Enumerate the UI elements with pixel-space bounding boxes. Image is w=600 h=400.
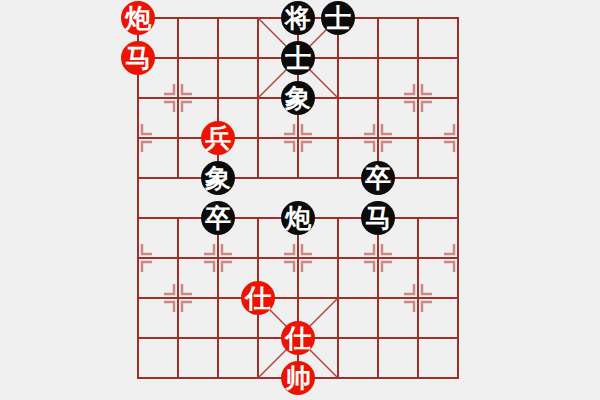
piece-black-advisor[interactable]: 士 bbox=[321, 1, 355, 35]
piece-red-soldier[interactable]: 兵 bbox=[201, 121, 235, 155]
xiangqi-app: 炮马兵仕仕帅将士士象象卒卒炮马 bbox=[0, 0, 600, 400]
piece-black-elephant[interactable]: 象 bbox=[281, 81, 315, 115]
piece-red-advisor[interactable]: 仕 bbox=[281, 321, 315, 355]
piece-black-advisor[interactable]: 士 bbox=[281, 41, 315, 75]
piece-black-horse[interactable]: 马 bbox=[361, 201, 395, 235]
piece-black-elephant[interactable]: 象 bbox=[201, 161, 235, 195]
piece-black-soldier[interactable]: 卒 bbox=[201, 201, 235, 235]
piece-black-general[interactable]: 将 bbox=[281, 1, 315, 35]
piece-black-soldier[interactable]: 卒 bbox=[361, 161, 395, 195]
piece-black-cannon[interactable]: 炮 bbox=[281, 201, 315, 235]
piece-layer: 炮马兵仕仕帅将士士象象卒卒炮马 bbox=[118, 0, 478, 398]
piece-red-general[interactable]: 帅 bbox=[281, 361, 315, 395]
piece-red-cannon[interactable]: 炮 bbox=[121, 1, 155, 35]
piece-red-horse[interactable]: 马 bbox=[121, 41, 155, 75]
piece-red-advisor[interactable]: 仕 bbox=[241, 281, 275, 315]
